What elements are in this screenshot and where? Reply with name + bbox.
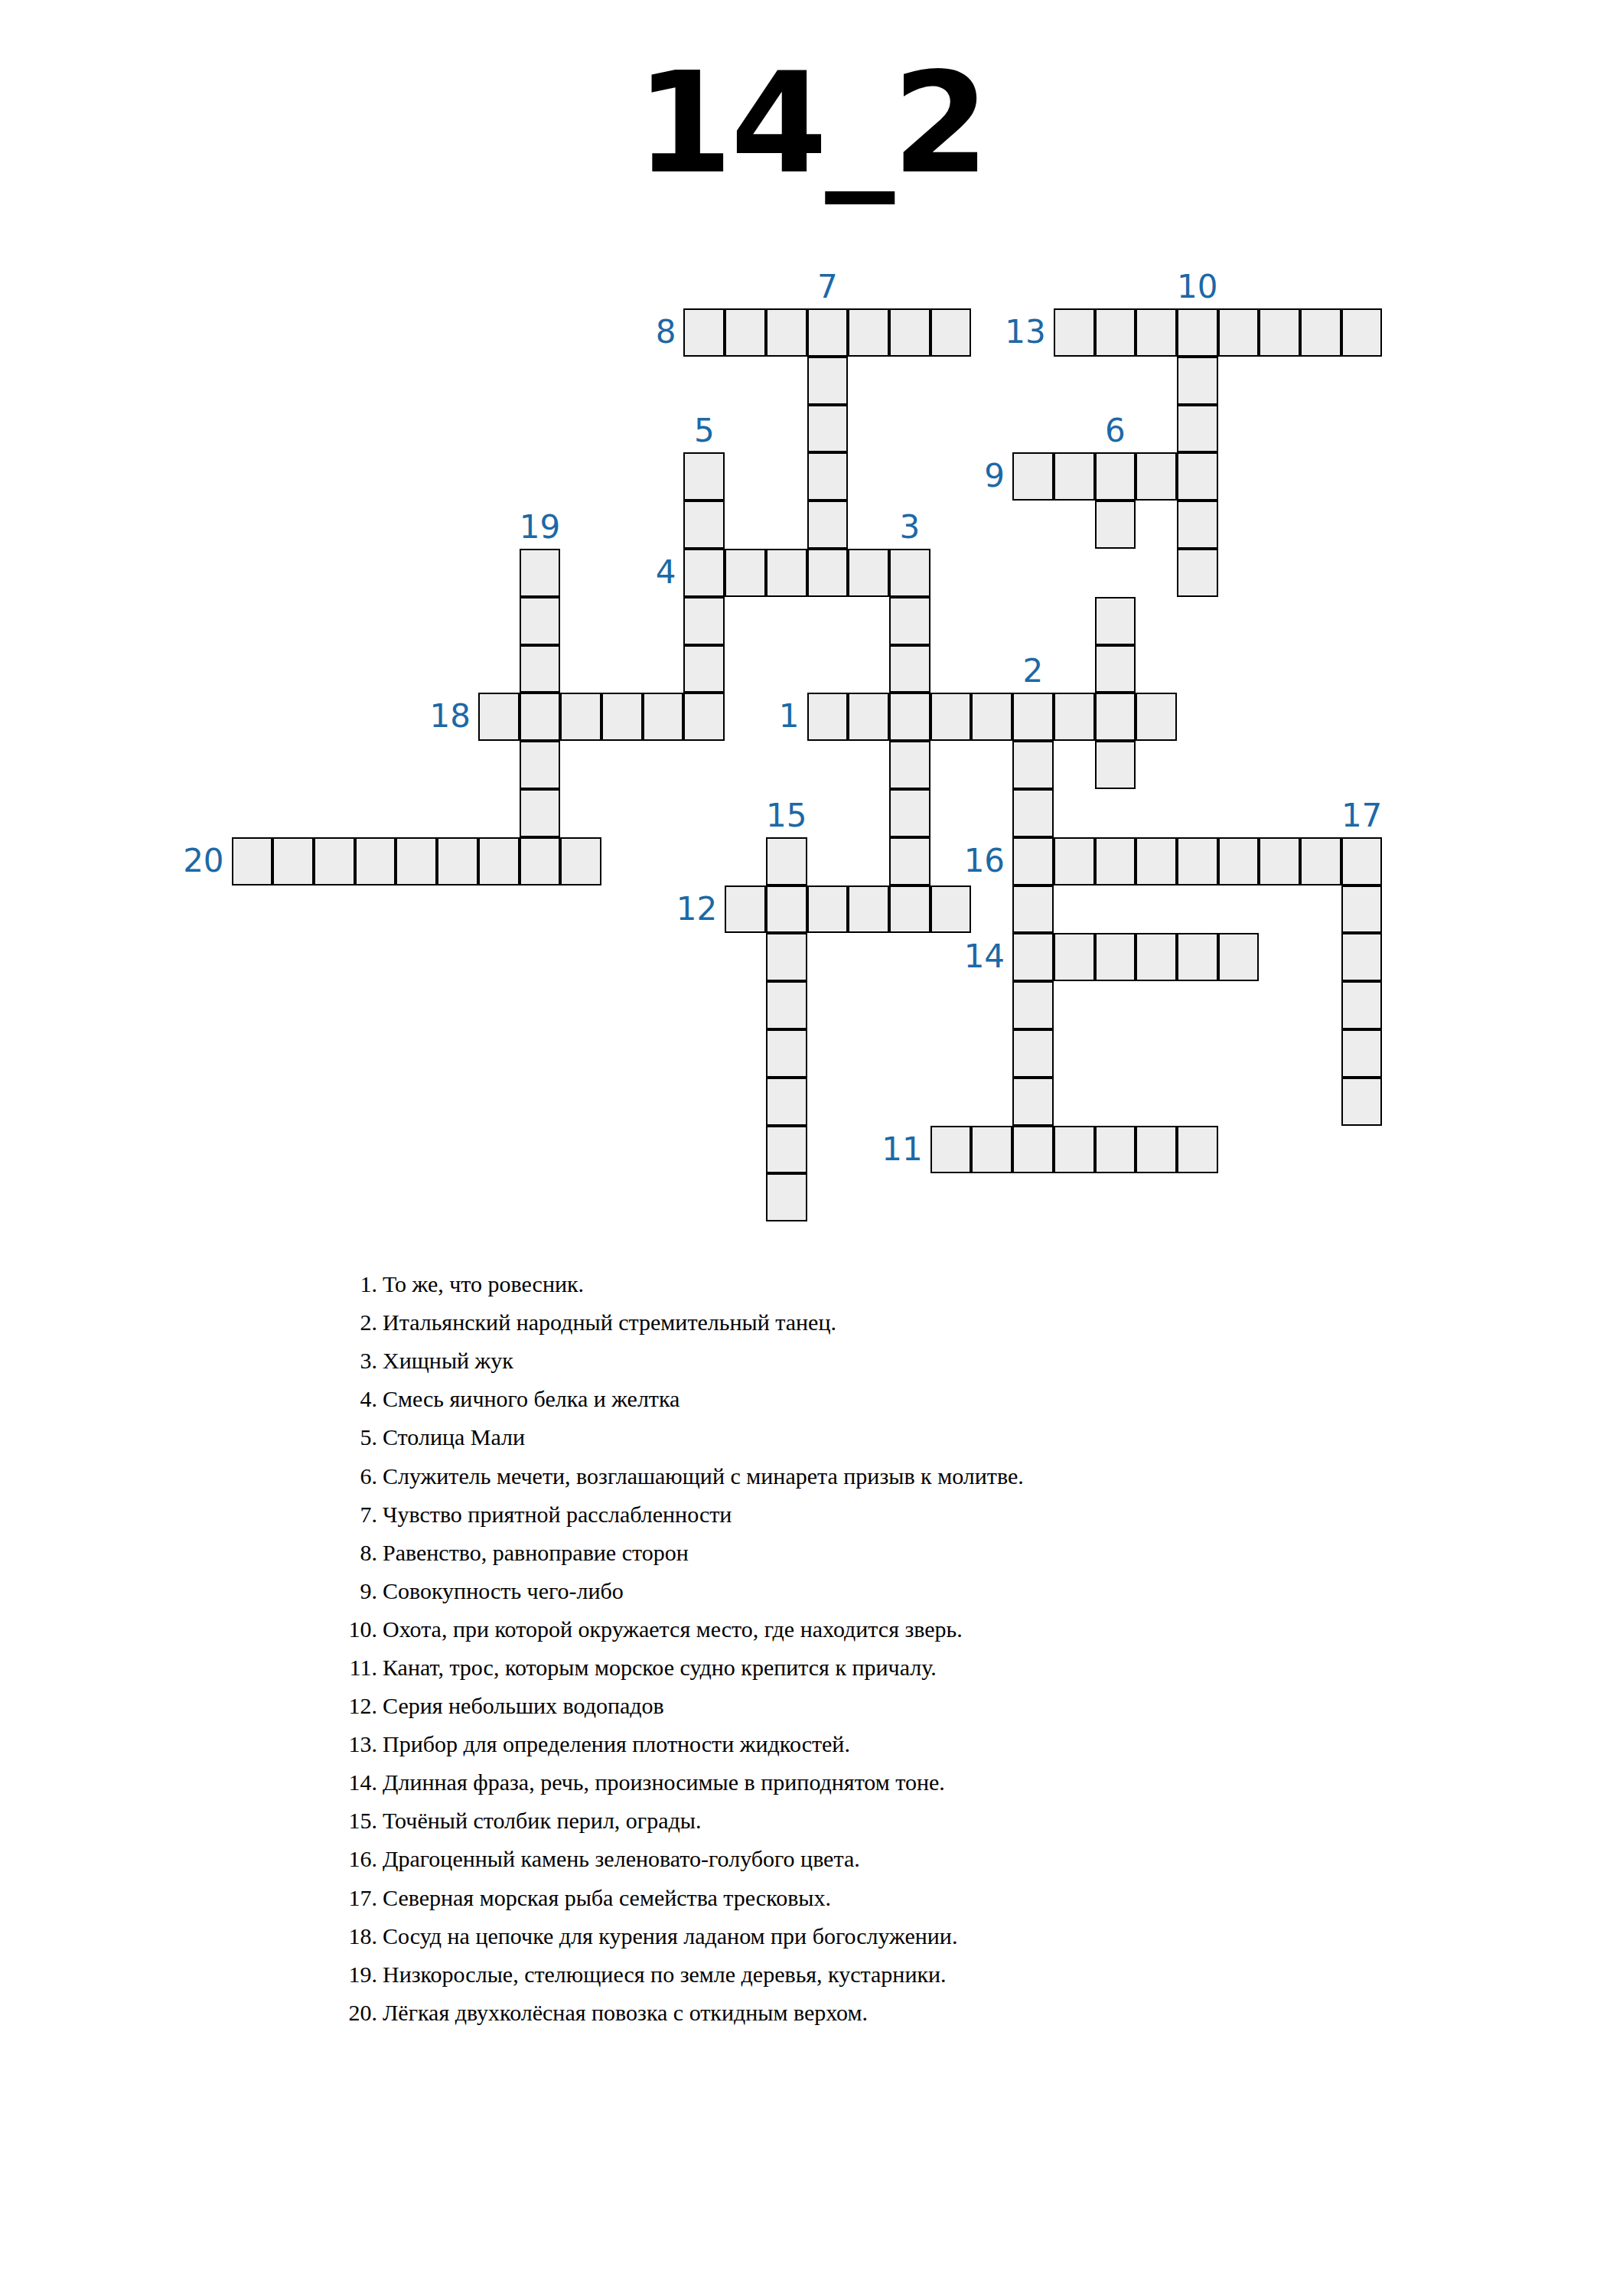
grid-cell-r4c23[interactable] xyxy=(1177,501,1218,549)
clue-number: 1. xyxy=(265,1271,377,1297)
clue-number: 15. xyxy=(265,1808,377,1834)
clue-number: 4. xyxy=(265,1386,377,1412)
clue-item-8: 8.Равенство, равноправие сторон xyxy=(265,1534,1024,1572)
grid-cell-r11c6[interactable] xyxy=(478,837,520,885)
grid-cell-r3c14[interactable] xyxy=(807,452,849,501)
clue-number-label-11: 11 xyxy=(808,1126,923,1174)
grid-cell-r13c23[interactable] xyxy=(1177,933,1218,981)
grid-cell-r0c24[interactable] xyxy=(1218,308,1260,357)
grid-cell-r5c15[interactable] xyxy=(848,549,889,597)
grid-cell-r2c14[interactable] xyxy=(807,405,849,453)
clue-item-15: 15.Точёный столбик перил, ограды. xyxy=(265,1802,1024,1840)
grid-cell-r6c7[interactable] xyxy=(520,597,561,645)
clue-number: 7. xyxy=(265,1502,377,1528)
grid-cell-r13c22[interactable] xyxy=(1136,933,1177,981)
grid-cell-r11c2[interactable] xyxy=(314,837,355,885)
clue-text: Чувство приятной расслабленности xyxy=(383,1502,732,1528)
grid-cell-r14c19[interactable] xyxy=(1012,981,1054,1029)
clue-item-14: 14.Длинная фраза, речь, произносимые в п… xyxy=(265,1763,1024,1802)
clue-item-13: 13.Прибор для определения плотности жидк… xyxy=(265,1725,1024,1763)
clue-text: Хищный жук xyxy=(383,1348,513,1374)
grid-cell-r0c27[interactable] xyxy=(1341,308,1383,357)
grid-cell-r7c7[interactable] xyxy=(520,645,561,693)
clue-text: Канат, трос, которым морское судно крепи… xyxy=(383,1655,937,1681)
grid-cell-r3c22[interactable] xyxy=(1136,452,1177,501)
grid-cell-r0c12[interactable] xyxy=(725,308,766,357)
grid-cell-r17c21[interactable] xyxy=(1095,1126,1136,1174)
clue-text: Низкорослые, стелющиеся по земле деревья… xyxy=(383,1962,947,1988)
grid-cell-r11c5[interactable] xyxy=(437,837,478,885)
grid-cell-r5c13[interactable] xyxy=(766,549,807,597)
grid-cell-r11c25[interactable] xyxy=(1259,837,1300,885)
clue-number-label-10: 10 xyxy=(1140,270,1255,304)
grid-cell-r17c19[interactable] xyxy=(1012,1126,1054,1174)
clue-number-label-15: 15 xyxy=(729,799,844,833)
clue-item-10: 10.Охота, при которой окружается место, … xyxy=(265,1610,1024,1649)
grid-cell-r11c1[interactable] xyxy=(272,837,314,885)
clue-number: 3. xyxy=(265,1348,377,1374)
clue-item-7: 7.Чувство приятной расслабленности xyxy=(265,1495,1024,1534)
clue-item-11: 11.Канат, трос, которым морское судно кр… xyxy=(265,1649,1024,1687)
grid-cell-r11c13[interactable] xyxy=(766,837,807,885)
grid-cell-r17c22[interactable] xyxy=(1136,1126,1177,1174)
grid-cell-r11c8[interactable] xyxy=(560,837,601,885)
grid-cell-r4c21[interactable] xyxy=(1095,501,1136,549)
clue-item-12: 12.Серия небольших водопадов xyxy=(265,1687,1024,1725)
clue-number: 17. xyxy=(265,1885,377,1911)
grid-cell-r8c21[interactable] xyxy=(1095,693,1136,741)
grid-cell-r8c18[interactable] xyxy=(971,693,1012,741)
clue-number-label-3: 3 xyxy=(852,510,967,544)
grid-cell-r17c23[interactable] xyxy=(1177,1126,1218,1174)
grid-cell-r8c14[interactable] xyxy=(807,693,849,741)
clue-number: 8. xyxy=(265,1540,377,1566)
clue-item-18: 18.Сосуд на цепочке для курения ладаном … xyxy=(265,1917,1024,1955)
grid-cell-r2c23[interactable] xyxy=(1177,405,1218,453)
grid-cell-r7c21[interactable] xyxy=(1095,645,1136,693)
clue-item-20: 20.Лёгкая двухколёсная повозка с откидны… xyxy=(265,1994,1024,2032)
grid-cell-r11c21[interactable] xyxy=(1095,837,1136,885)
clue-item-19: 19.Низкорослые, стелющиеся по земле дере… xyxy=(265,1955,1024,1994)
grid-cell-r0c14[interactable] xyxy=(807,308,849,357)
grid-cell-r12c15[interactable] xyxy=(848,885,889,934)
clue-item-3: 3.Хищный жук xyxy=(265,1342,1024,1380)
clue-number: 14. xyxy=(265,1769,377,1795)
grid-cell-r10c16[interactable] xyxy=(889,789,930,837)
clue-number-label-19: 19 xyxy=(482,510,597,544)
clue-text: Охота, при которой окружается место, где… xyxy=(383,1616,963,1642)
grid-cell-r11c19[interactable] xyxy=(1012,837,1054,885)
grid-cell-r8c8[interactable] xyxy=(560,693,601,741)
grid-cell-r9c7[interactable] xyxy=(520,741,561,789)
grid-cell-r7c11[interactable] xyxy=(683,645,725,693)
clue-text: Лёгкая двухколёсная повозка с откидным в… xyxy=(383,2000,868,2026)
grid-cell-r15c19[interactable] xyxy=(1012,1029,1054,1078)
grid-cell-r17c18[interactable] xyxy=(971,1126,1012,1174)
clue-number: 12. xyxy=(265,1693,377,1719)
clue-number-label-13: 13 xyxy=(931,308,1046,357)
grid-cell-r12c12[interactable] xyxy=(725,885,766,934)
grid-cell-r0c15[interactable] xyxy=(848,308,889,357)
grid-cell-r0c20[interactable] xyxy=(1054,308,1095,357)
clue-number-label-17: 17 xyxy=(1305,799,1419,833)
grid-cell-r11c0[interactable] xyxy=(232,837,273,885)
clue-item-2: 2.Итальянский народный стремительный тан… xyxy=(265,1303,1024,1342)
grid-cell-r10c7[interactable] xyxy=(520,789,561,837)
grid-cell-r14c27[interactable] xyxy=(1341,981,1383,1029)
grid-cell-r3c23[interactable] xyxy=(1177,452,1218,501)
clue-number-label-2: 2 xyxy=(976,654,1090,688)
grid-cell-r14c13[interactable] xyxy=(766,981,807,1029)
grid-cell-r15c13[interactable] xyxy=(766,1029,807,1078)
clue-text: Прибор для определения плотности жидкост… xyxy=(383,1731,850,1757)
grid-cell-r9c19[interactable] xyxy=(1012,741,1054,789)
grid-cell-r8c15[interactable] xyxy=(848,693,889,741)
clue-text: То же, что ровесник. xyxy=(383,1271,584,1297)
clue-number-label-4: 4 xyxy=(561,549,676,597)
clue-list: 1.То же, что ровесник.2.Итальянский наро… xyxy=(265,1265,1024,2032)
grid-cell-r3c21[interactable] xyxy=(1095,452,1136,501)
grid-cell-r6c16[interactable] xyxy=(889,597,930,645)
clue-number-label-7: 7 xyxy=(770,270,885,304)
grid-cell-r5c12[interactable] xyxy=(725,549,766,597)
clue-text: Итальянский народный стремительный танец… xyxy=(383,1309,836,1336)
grid-cell-r13c24[interactable] xyxy=(1218,933,1260,981)
clue-text: Драгоценный камень зеленовато-голубого ц… xyxy=(383,1846,860,1872)
clue-item-9: 9.Совокупность чего-либо xyxy=(265,1572,1024,1610)
grid-cell-r16c19[interactable] xyxy=(1012,1078,1054,1126)
grid-cell-r11c7[interactable] xyxy=(520,837,561,885)
grid-cell-r13c21[interactable] xyxy=(1095,933,1136,981)
grid-cell-r0c13[interactable] xyxy=(766,308,807,357)
grid-cell-r6c21[interactable] xyxy=(1095,597,1136,645)
grid-cell-r8c6[interactable] xyxy=(478,693,520,741)
clue-text: Северная морская рыба семейства тресковы… xyxy=(383,1885,831,1911)
grid-cell-r13c27[interactable] xyxy=(1341,933,1383,981)
clue-number-label-12: 12 xyxy=(602,885,717,934)
grid-cell-r18c13[interactable] xyxy=(766,1173,807,1221)
clue-text: Совокупность чего-либо xyxy=(383,1578,624,1604)
clue-number-label-9: 9 xyxy=(890,452,1005,501)
grid-cell-r17c17[interactable] xyxy=(930,1126,972,1174)
grid-cell-r17c13[interactable] xyxy=(766,1126,807,1174)
grid-cell-r11c23[interactable] xyxy=(1177,837,1218,885)
clue-text: Длинная фраза, речь, произносимые в прип… xyxy=(383,1769,945,1795)
grid-cell-r1c14[interactable] xyxy=(807,357,849,405)
grid-cell-r11c22[interactable] xyxy=(1136,837,1177,885)
grid-cell-r3c11[interactable] xyxy=(683,452,725,501)
clue-number: 13. xyxy=(265,1731,377,1757)
clue-number: 6. xyxy=(265,1463,377,1489)
clue-number: 10. xyxy=(265,1616,377,1642)
grid-cell-r12c17[interactable] xyxy=(930,885,972,934)
grid-cell-r13c20[interactable] xyxy=(1054,933,1095,981)
clue-number: 5. xyxy=(265,1424,377,1450)
grid-cell-r0c23[interactable] xyxy=(1177,308,1218,357)
grid-cell-r8c10[interactable] xyxy=(643,693,684,741)
grid-cell-r0c25[interactable] xyxy=(1259,308,1300,357)
clue-number-label-8: 8 xyxy=(561,308,676,357)
clue-item-17: 17.Северная морская рыба семейства треск… xyxy=(265,1879,1024,1917)
grid-cell-r16c13[interactable] xyxy=(766,1078,807,1126)
grid-cell-r11c27[interactable] xyxy=(1341,837,1383,885)
grid-cell-r0c11[interactable] xyxy=(683,308,725,357)
grid-cell-r5c11[interactable] xyxy=(683,549,725,597)
grid-cell-r8c20[interactable] xyxy=(1054,693,1095,741)
clue-number: 9. xyxy=(265,1578,377,1604)
grid-cell-r3c19[interactable] xyxy=(1012,452,1054,501)
clue-number: 2. xyxy=(265,1309,377,1336)
clue-number-label-16: 16 xyxy=(890,837,1005,885)
grid-cell-r5c14[interactable] xyxy=(807,549,849,597)
grid-cell-r3c20[interactable] xyxy=(1054,452,1095,501)
grid-cell-r8c7[interactable] xyxy=(520,693,561,741)
clue-text: Смесь яичного белка и желтка xyxy=(383,1386,680,1412)
grid-cell-r12c19[interactable] xyxy=(1012,885,1054,934)
grid-cell-r0c21[interactable] xyxy=(1095,308,1136,357)
clue-number-label-6: 6 xyxy=(1058,414,1172,448)
grid-cell-r8c19[interactable] xyxy=(1012,693,1054,741)
clue-number-label-18: 18 xyxy=(356,693,471,741)
grid-cell-r5c16[interactable] xyxy=(889,549,930,597)
grid-cell-r5c7[interactable] xyxy=(520,549,561,597)
clue-number-label-20: 20 xyxy=(109,837,224,885)
clue-item-6: 6.Служитель мечети, возглашающий с минар… xyxy=(265,1456,1024,1495)
grid-cell-r11c3[interactable] xyxy=(355,837,396,885)
clue-text: Точёный столбик перил, ограды. xyxy=(383,1808,701,1834)
grid-cell-r12c27[interactable] xyxy=(1341,885,1383,934)
grid-cell-r15c27[interactable] xyxy=(1341,1029,1383,1078)
clue-number: 19. xyxy=(265,1962,377,1988)
grid-cell-r6c11[interactable] xyxy=(683,597,725,645)
grid-cell-r11c20[interactable] xyxy=(1054,837,1095,885)
grid-cell-r16c27[interactable] xyxy=(1341,1078,1383,1126)
grid-cell-r12c16[interactable] xyxy=(889,885,930,934)
clue-number: 18. xyxy=(265,1923,377,1949)
grid-cell-r4c14[interactable] xyxy=(807,501,849,549)
grid-cell-r17c20[interactable] xyxy=(1054,1126,1095,1174)
grid-cell-r11c26[interactable] xyxy=(1300,837,1341,885)
clue-number-label-14: 14 xyxy=(890,933,1005,981)
grid-cell-r12c13[interactable] xyxy=(766,885,807,934)
clue-text: Столица Мали xyxy=(383,1424,525,1450)
clue-number: 11. xyxy=(265,1655,377,1681)
grid-cell-r10c19[interactable] xyxy=(1012,789,1054,837)
grid-cell-r9c21[interactable] xyxy=(1095,741,1136,789)
clue-text: Служитель мечети, возглашающий с минарет… xyxy=(383,1463,1024,1489)
grid-cell-r4c11[interactable] xyxy=(683,501,725,549)
clue-item-1: 1.То же, что ровесник. xyxy=(265,1265,1024,1303)
grid-cell-r8c17[interactable] xyxy=(930,693,972,741)
clue-text: Сосуд на цепочке для курения ладаном при… xyxy=(383,1923,957,1949)
grid-cell-r13c19[interactable] xyxy=(1012,933,1054,981)
clue-number-label-1: 1 xyxy=(685,693,800,741)
clue-item-5: 5.Столица Мали xyxy=(265,1418,1024,1456)
grid-cell-r7c16[interactable] xyxy=(889,645,930,693)
grid-cell-r11c4[interactable] xyxy=(396,837,437,885)
clue-text: Серия небольших водопадов xyxy=(383,1693,664,1719)
crossword-board: 1234567891011121314151617181920 xyxy=(0,0,1623,1301)
clue-text: Равенство, равноправие сторон xyxy=(383,1540,689,1566)
grid-cell-r9c16[interactable] xyxy=(889,741,930,789)
grid-cell-r0c22[interactable] xyxy=(1136,308,1177,357)
grid-cell-r8c16[interactable] xyxy=(889,693,930,741)
clue-number: 20. xyxy=(265,2000,377,2026)
clue-item-4: 4.Смесь яичного белка и желтка xyxy=(265,1380,1024,1418)
clue-item-16: 16.Драгоценный камень зеленовато-голубог… xyxy=(265,1840,1024,1878)
grid-cell-r13c13[interactable] xyxy=(766,933,807,981)
clue-number: 16. xyxy=(265,1846,377,1872)
grid-cell-r1c23[interactable] xyxy=(1177,357,1218,405)
clue-number-label-5: 5 xyxy=(647,414,761,448)
grid-cell-r0c26[interactable] xyxy=(1300,308,1341,357)
grid-cell-r8c22[interactable] xyxy=(1136,693,1177,741)
grid-cell-r12c14[interactable] xyxy=(807,885,849,934)
grid-cell-r8c9[interactable] xyxy=(601,693,643,741)
grid-cell-r5c23[interactable] xyxy=(1177,549,1218,597)
grid-cell-r11c24[interactable] xyxy=(1218,837,1260,885)
grid-cell-r0c16[interactable] xyxy=(889,308,930,357)
